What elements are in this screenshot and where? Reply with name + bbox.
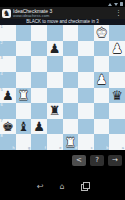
square-c5[interactable] (78, 88, 94, 104)
square-f4[interactable] (31, 72, 47, 88)
black-pawn-f7[interactable]: ♟ (33, 119, 45, 134)
square-h7[interactable]: 7♚ (0, 119, 16, 135)
square-c7[interactable] (78, 119, 94, 135)
rank-label-6: 6 (1, 103, 3, 107)
square-f2[interactable] (31, 41, 47, 57)
square-g4[interactable] (16, 72, 32, 88)
square-a8[interactable]: a (109, 134, 125, 150)
square-g3[interactable] (16, 56, 32, 72)
black-king-h7[interactable]: ♚ (2, 119, 14, 134)
square-g5[interactable]: ♜ (16, 88, 32, 104)
square-a6[interactable] (109, 103, 125, 119)
square-h6[interactable]: 6 (0, 103, 16, 119)
rank-label-3: 3 (1, 56, 3, 60)
square-a7[interactable] (109, 119, 125, 135)
square-e8[interactable]: e (47, 134, 63, 150)
hint-button[interactable]: ? (90, 155, 104, 166)
recents-button[interactable] (81, 184, 88, 191)
square-e3[interactable] (47, 56, 63, 72)
android-nav-bar: ↩ ⌂ (0, 177, 125, 200)
square-b1[interactable]: ♚ (94, 25, 110, 41)
square-a4[interactable] (109, 72, 125, 88)
next-button[interactable]: → (108, 155, 122, 166)
rank-label-4: 4 (1, 72, 3, 76)
square-b5[interactable] (94, 88, 110, 104)
lower-spacer (0, 168, 125, 177)
square-g8[interactable]: g (16, 134, 32, 150)
square-c6[interactable] (78, 103, 94, 119)
file-label-e: e (59, 146, 61, 150)
file-label-h: h (12, 146, 14, 150)
action-bar: ♞ IdeaCheckmate 3 www.ideachess.com ⋮ (0, 7, 125, 19)
square-f6[interactable] (31, 103, 47, 119)
square-f3[interactable] (31, 56, 47, 72)
square-f8[interactable]: f (31, 134, 47, 150)
white-pawn-b4[interactable]: ♟ (96, 72, 108, 87)
network-up-icon (108, 3, 112, 6)
square-a1[interactable] (109, 25, 125, 41)
square-b4[interactable]: ♟ (94, 72, 110, 88)
square-e1[interactable] (47, 25, 63, 41)
square-g1[interactable] (16, 25, 32, 41)
android-status-bar (0, 0, 125, 7)
square-c3[interactable] (78, 56, 94, 72)
square-d6[interactable] (63, 103, 79, 119)
file-label-g: g (28, 146, 30, 150)
rank-label-1: 1 (1, 25, 3, 29)
square-h8[interactable]: 8h (0, 134, 16, 150)
white-rook-g5[interactable]: ♜ (18, 88, 30, 103)
square-g7[interactable]: ♝ (16, 119, 32, 135)
home-button[interactable]: ⌂ (60, 182, 65, 192)
square-h2[interactable]: 2 (0, 41, 16, 57)
file-label-d: d (75, 146, 77, 150)
network-down-icon (114, 3, 118, 6)
app-screen: ♞ IdeaCheckmate 3 www.ideachess.com ⋮ BL… (0, 0, 125, 200)
battery-icon (120, 2, 123, 6)
square-h5[interactable]: 5♟ (0, 88, 16, 104)
square-d3[interactable] (63, 56, 79, 72)
rank-label-5: 5 (1, 88, 3, 92)
square-e6[interactable]: ♜ (47, 103, 63, 119)
square-g2[interactable] (16, 41, 32, 57)
white-king-b1[interactable]: ♚ (96, 25, 108, 40)
square-d1[interactable] (63, 25, 79, 41)
square-b6[interactable] (94, 103, 110, 119)
puzzle-toolbar: <?→ (0, 150, 125, 168)
square-d4[interactable] (63, 72, 79, 88)
square-f7[interactable]: ♟ (31, 119, 47, 135)
square-e7[interactable] (47, 119, 63, 135)
square-c4[interactable] (78, 72, 94, 88)
square-e2[interactable]: ♟ (47, 41, 63, 57)
black-queen-a5[interactable]: ♛ (111, 88, 123, 103)
overflow-menu-icon[interactable]: ⋮ (114, 7, 123, 19)
square-d2[interactable] (63, 41, 79, 57)
square-d7[interactable] (63, 119, 79, 135)
square-a3[interactable] (109, 56, 125, 72)
square-h1[interactable]: 1 (0, 25, 16, 41)
share-button[interactable]: < (72, 155, 86, 166)
file-label-c: c (91, 146, 93, 150)
white-pawn-a2[interactable]: ♟ (111, 41, 123, 56)
square-c2[interactable] (78, 41, 94, 57)
square-g6[interactable] (16, 103, 32, 119)
square-d8[interactable]: d♜ (63, 134, 79, 150)
square-c1[interactable] (78, 25, 94, 41)
square-e5[interactable] (47, 88, 63, 104)
black-bishop-g7[interactable]: ♝ (18, 119, 30, 134)
square-h4[interactable]: 4 (0, 72, 16, 88)
square-b2[interactable] (94, 41, 110, 57)
app-subtitle: www.ideachess.com (13, 14, 114, 18)
square-c8[interactable]: c (78, 134, 94, 150)
square-b3[interactable] (94, 56, 110, 72)
file-label-a: a (122, 146, 124, 150)
rank-label-2: 2 (1, 41, 3, 45)
square-d5[interactable] (63, 88, 79, 104)
square-b8[interactable]: b (94, 134, 110, 150)
square-f5[interactable] (31, 88, 47, 104)
square-a2[interactable]: ♟ (109, 41, 125, 57)
black-pawn-e2[interactable]: ♟ (49, 41, 61, 56)
file-label-b: b (106, 146, 108, 150)
file-label-f: f (45, 146, 46, 150)
square-f1[interactable] (31, 25, 47, 41)
app-logo-knight-icon: ♞ (2, 9, 11, 18)
black-pawn-h5[interactable]: ♟ (2, 88, 14, 103)
square-b7[interactable] (94, 119, 110, 135)
black-rook-e6[interactable]: ♜ (49, 103, 61, 118)
square-h3[interactable]: 3 (0, 56, 16, 72)
action-bar-titles: IdeaCheckmate 3 www.ideachess.com (13, 8, 114, 18)
square-e4[interactable] (47, 72, 63, 88)
rank-label-7: 7 (1, 119, 3, 123)
chess-board: 1♚2♟♟34♟5♟♜♛6♜7♚♝♟8hgfed♜cba (0, 25, 125, 150)
square-a5[interactable]: ♛ (109, 88, 125, 104)
rank-label-8: 8 (1, 134, 3, 138)
back-button[interactable]: ↩ (37, 182, 44, 192)
